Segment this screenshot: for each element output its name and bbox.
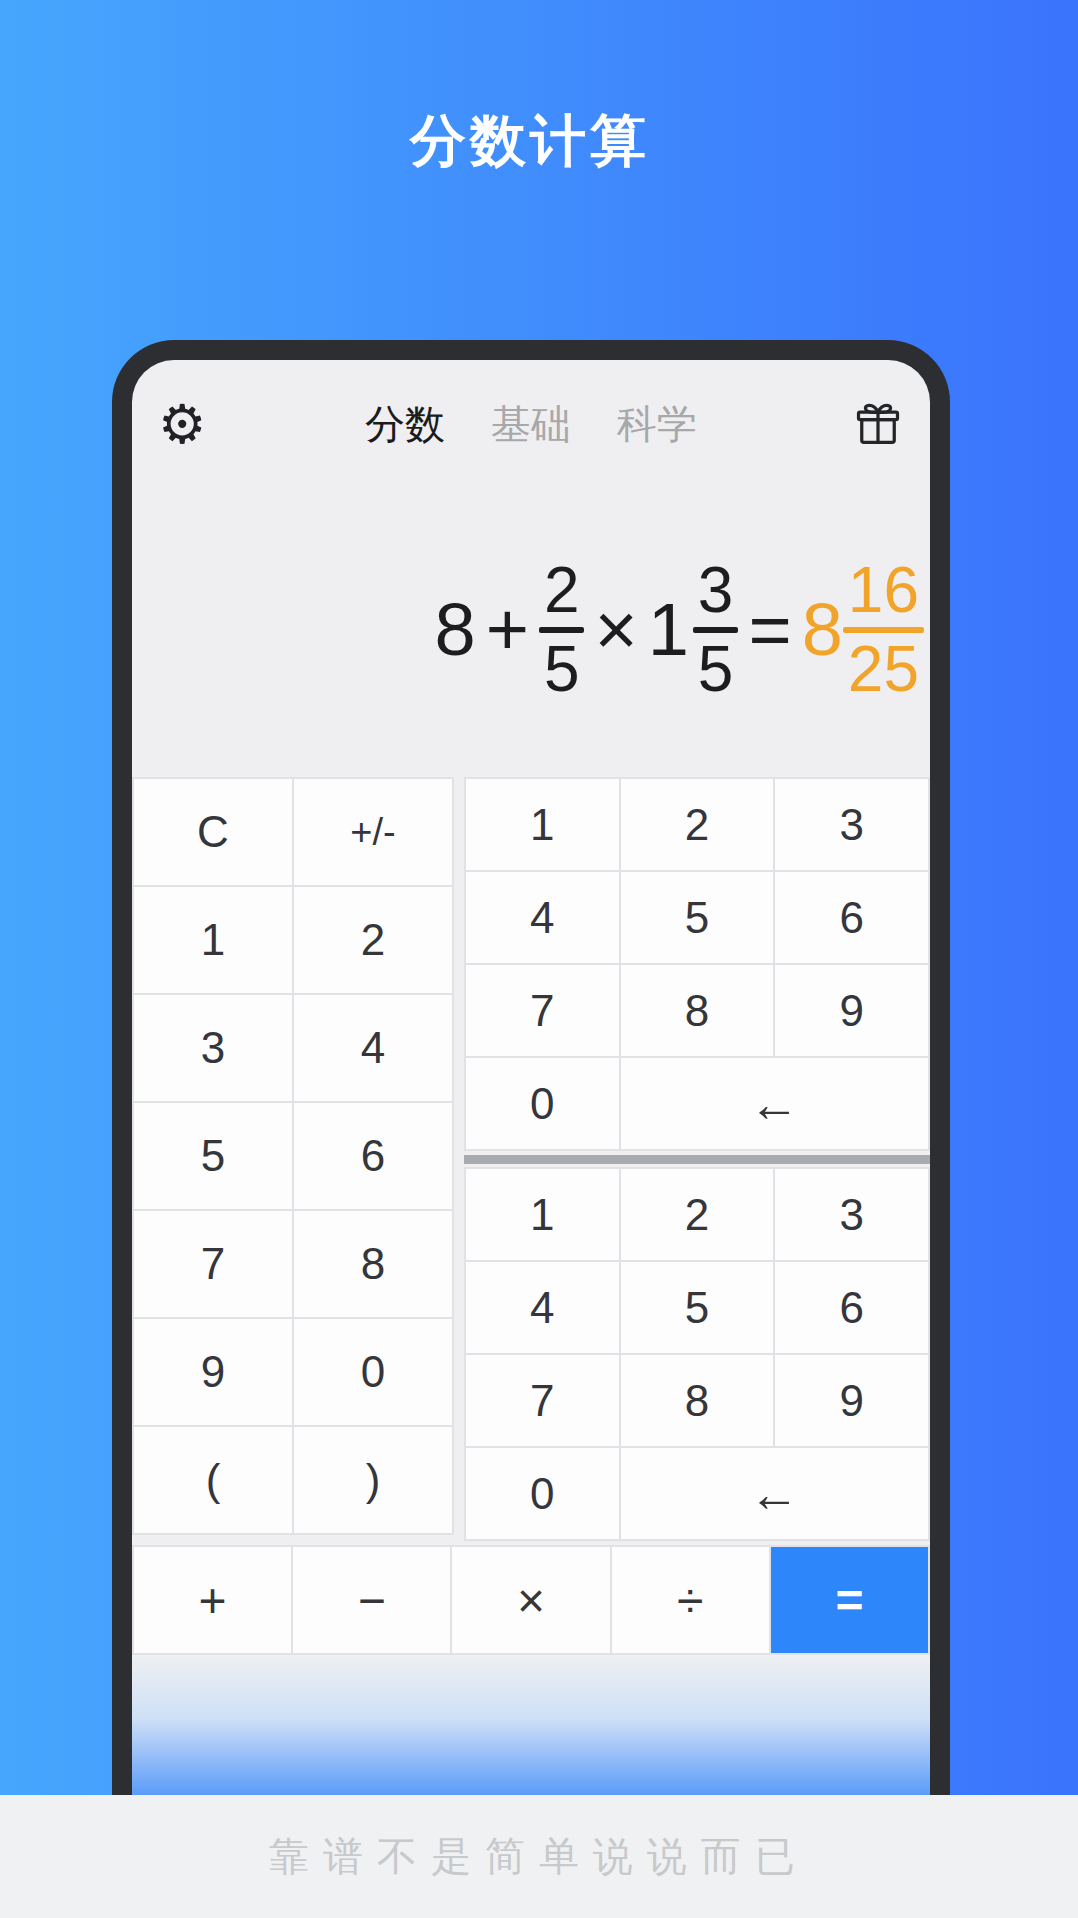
num-key-4[interactable]: 4 <box>466 872 619 963</box>
multiply-operator: × <box>594 593 637 667</box>
num-key-3[interactable]: 3 <box>775 779 928 870</box>
settings-gear-icon[interactable]: ⚙ <box>158 397 206 451</box>
footer-slogan: 靠谱不是简单说说而已 <box>269 1829 809 1884</box>
plus-operator: + <box>486 593 529 667</box>
toolbar: ⚙ 分数 基础 科学 <box>132 376 930 472</box>
num-backspace-icon[interactable]: ← <box>621 1058 928 1149</box>
key-8[interactable]: 8 <box>294 1211 452 1317</box>
num-key-7[interactable]: 7 <box>466 965 619 1056</box>
whole-number-pad: C +/- 1 2 3 4 5 6 7 8 9 0 ( ) <box>132 777 454 1535</box>
den-key-0[interactable]: 0 <box>466 1448 619 1539</box>
result-integer: 8 <box>802 593 843 667</box>
num-key-9[interactable]: 9 <box>775 965 928 1056</box>
fraction-2-numerator: 3 <box>693 558 739 623</box>
num-key-5[interactable]: 5 <box>621 872 774 963</box>
den-key-1[interactable]: 1 <box>466 1169 619 1260</box>
fraction-1: 2 5 <box>539 558 585 703</box>
key-close-paren[interactable]: ) <box>294 1427 452 1533</box>
den-key-6[interactable]: 6 <box>775 1262 928 1353</box>
fraction-1-denominator: 5 <box>539 637 585 702</box>
op-add[interactable]: + <box>134 1547 291 1653</box>
den-key-2[interactable]: 2 <box>621 1169 774 1260</box>
tab-scientific[interactable]: 科学 <box>617 397 697 452</box>
den-key-8[interactable]: 8 <box>621 1355 774 1446</box>
op-divide[interactable]: ÷ <box>612 1547 769 1653</box>
den-key-9[interactable]: 9 <box>775 1355 928 1446</box>
den-key-4[interactable]: 4 <box>466 1262 619 1353</box>
result-value: 8 16 25 <box>802 558 924 703</box>
tab-basic[interactable]: 基础 <box>491 397 571 452</box>
num-key-6[interactable]: 6 <box>775 872 928 963</box>
key-clear[interactable]: C <box>134 779 292 885</box>
operator-row: + − × ÷ = <box>132 1545 930 1655</box>
op-equals[interactable]: = <box>771 1547 928 1653</box>
equals-sign: = <box>748 593 791 667</box>
keypad: C +/- 1 2 3 4 5 6 7 8 9 0 ( ) 1 2 3 4 5 <box>132 775 930 1655</box>
page-title: 分数计算 <box>113 104 947 180</box>
result-numerator: 16 <box>843 558 924 623</box>
tab-fraction[interactable]: 分数 <box>365 397 445 452</box>
key-6[interactable]: 6 <box>294 1103 452 1209</box>
key-2[interactable]: 2 <box>294 887 452 993</box>
gift-icon[interactable] <box>852 398 904 450</box>
operand-1: 8 <box>435 593 476 667</box>
pad-divider <box>464 1155 930 1164</box>
result-fraction: 16 25 <box>843 558 924 703</box>
key-3[interactable]: 3 <box>134 995 292 1101</box>
fraction-2: 3 5 <box>693 558 739 703</box>
den-backspace-icon[interactable]: ← <box>621 1448 928 1539</box>
op-multiply[interactable]: × <box>452 1547 609 1653</box>
num-key-0[interactable]: 0 <box>466 1058 619 1149</box>
den-key-5[interactable]: 5 <box>621 1262 774 1353</box>
den-key-3[interactable]: 3 <box>775 1169 928 1260</box>
key-4[interactable]: 4 <box>294 995 452 1101</box>
key-sign-toggle[interactable]: +/- <box>294 779 452 885</box>
den-key-7[interactable]: 7 <box>466 1355 619 1446</box>
fraction-1-numerator: 2 <box>539 558 585 623</box>
screen-bottom-fade <box>132 1655 930 1795</box>
fraction-2-denominator: 5 <box>693 637 739 702</box>
key-0[interactable]: 0 <box>294 1319 452 1425</box>
footer-banner: 靠谱不是简单说说而已 <box>0 1795 1078 1918</box>
mixed-number: 1 3 5 <box>648 558 739 703</box>
op-subtract[interactable]: − <box>293 1547 450 1653</box>
denominator-pad: 1 2 3 4 5 6 7 8 9 0 ← <box>464 1167 930 1541</box>
tab-bar: 分数 基础 科学 <box>365 397 697 452</box>
key-7[interactable]: 7 <box>134 1211 292 1317</box>
numerator-pad: 1 2 3 4 5 6 7 8 9 0 ← <box>464 777 930 1151</box>
num-key-2[interactable]: 2 <box>621 779 774 870</box>
key-open-paren[interactable]: ( <box>134 1427 292 1533</box>
calculator-screen: ⚙ 分数 基础 科学 8 + 2 5 <box>132 360 930 1795</box>
num-key-1[interactable]: 1 <box>466 779 619 870</box>
key-9[interactable]: 9 <box>134 1319 292 1425</box>
key-1[interactable]: 1 <box>134 887 292 993</box>
expression-display: 8 + 2 5 × 1 3 5 = 8 16 <box>435 550 925 710</box>
key-5[interactable]: 5 <box>134 1103 292 1209</box>
num-key-8[interactable]: 8 <box>621 965 774 1056</box>
result-denominator: 25 <box>843 637 924 702</box>
mixed-integer: 1 <box>648 593 689 667</box>
phone-mockup: ⚙ 分数 基础 科学 8 + 2 5 <box>112 340 950 1795</box>
